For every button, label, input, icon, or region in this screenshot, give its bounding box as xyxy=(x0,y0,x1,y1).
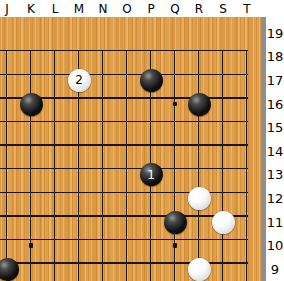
black-stone-j9[interactable] xyxy=(0,258,19,281)
column-coordinates: JKLMNOPQRST xyxy=(0,0,259,17)
row-label-10: 10 xyxy=(266,234,284,258)
black-stone-k16[interactable] xyxy=(20,93,43,116)
black-stone-r16[interactable] xyxy=(188,93,211,116)
white-stone-r12[interactable] xyxy=(188,187,211,210)
black-stone-p17[interactable] xyxy=(140,69,163,92)
row-label-11: 11 xyxy=(266,210,284,234)
column-label-t: T xyxy=(235,0,259,17)
row-label-15: 15 xyxy=(266,116,284,140)
black-stone-q11[interactable] xyxy=(164,211,187,234)
row-label-9: 9 xyxy=(266,257,284,281)
column-label-s: S xyxy=(211,0,235,17)
white-stone-s11[interactable] xyxy=(212,211,235,234)
column-label-j: J xyxy=(0,0,19,17)
row-label-12: 12 xyxy=(266,187,284,211)
row-label-14: 14 xyxy=(266,139,284,163)
white-stone-r9[interactable] xyxy=(188,258,211,281)
black-stone-p13[interactable]: 1 xyxy=(140,163,163,186)
star-point-k10 xyxy=(29,243,34,248)
column-label-l: L xyxy=(43,0,67,17)
column-label-n: N xyxy=(91,0,115,17)
row-coordinates: 191817161514131211109 xyxy=(266,22,284,281)
star-point-q16 xyxy=(173,102,178,107)
row-label-17: 17 xyxy=(266,69,284,93)
column-label-m: M xyxy=(67,0,91,17)
go-board-screenshot: JKLMNOPQRST 21 191817161514131211109 xyxy=(0,0,284,281)
row-label-18: 18 xyxy=(266,45,284,69)
column-label-o: O xyxy=(115,0,139,17)
column-label-r: R xyxy=(187,0,211,17)
column-label-k: K xyxy=(19,0,43,17)
column-label-p: P xyxy=(139,0,163,17)
move-number-label: 2 xyxy=(75,74,83,86)
move-number-label: 1 xyxy=(147,169,155,181)
white-stone-m17[interactable]: 2 xyxy=(68,69,91,92)
column-label-q: Q xyxy=(163,0,187,17)
intersection-grid: 21 xyxy=(0,22,259,281)
row-label-13: 13 xyxy=(266,163,284,187)
row-label-16: 16 xyxy=(266,92,284,116)
star-point-q10 xyxy=(173,243,178,248)
row-label-19: 19 xyxy=(266,22,284,46)
